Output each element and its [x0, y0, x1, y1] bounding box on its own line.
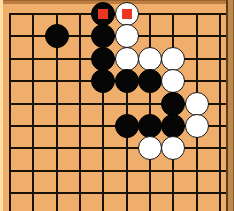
- grid-horizontal-line: [9, 192, 227, 194]
- black-stone[interactable]: [91, 47, 115, 71]
- red-square-marker: [98, 9, 108, 19]
- black-stone[interactable]: [45, 24, 69, 48]
- black-stone[interactable]: [138, 69, 162, 93]
- board-right-border: [226, 0, 234, 211]
- white-stone[interactable]: [185, 114, 209, 138]
- white-stone[interactable]: [161, 136, 185, 160]
- black-stone[interactable]: [91, 69, 115, 93]
- black-stone[interactable]: [138, 114, 162, 138]
- black-stone[interactable]: [91, 2, 115, 26]
- black-stone[interactable]: [115, 69, 139, 93]
- grid-vertical-line: [149, 13, 151, 211]
- board-top-border: [0, 0, 234, 4]
- white-stone[interactable]: [138, 136, 162, 160]
- grid-vertical-line: [32, 13, 34, 211]
- grid-horizontal-line: [9, 170, 227, 172]
- grid-vertical-line: [219, 13, 221, 211]
- black-stone[interactable]: [161, 114, 185, 138]
- go-board[interactable]: [0, 0, 234, 211]
- white-stone[interactable]: [115, 24, 139, 48]
- black-stone[interactable]: [115, 114, 139, 138]
- white-stone[interactable]: [138, 47, 162, 71]
- white-stone[interactable]: [115, 47, 139, 71]
- grid-vertical-line: [9, 13, 11, 211]
- grid-horizontal-line: [9, 147, 227, 149]
- white-stone[interactable]: [161, 69, 185, 93]
- white-stone[interactable]: [185, 92, 209, 116]
- black-stone[interactable]: [91, 24, 115, 48]
- white-stone[interactable]: [161, 47, 185, 71]
- red-square-marker: [122, 9, 132, 19]
- grid-vertical-line: [79, 13, 81, 211]
- board-left-edge-highlight: [0, 0, 3, 211]
- black-stone[interactable]: [161, 92, 185, 116]
- white-stone[interactable]: [115, 2, 139, 26]
